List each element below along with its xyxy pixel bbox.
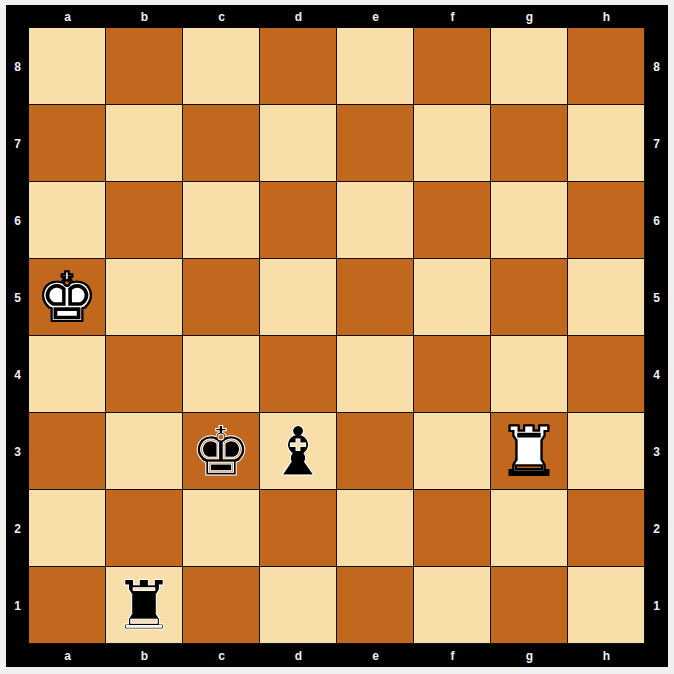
- file-label-bottom-b: b: [106, 644, 183, 667]
- square-f4[interactable]: [414, 336, 491, 413]
- square-f2[interactable]: [414, 490, 491, 567]
- rank-labels-left: 87654321: [6, 28, 29, 644]
- square-h3[interactable]: [568, 413, 645, 490]
- square-h7[interactable]: [568, 105, 645, 182]
- square-c7[interactable]: [183, 105, 260, 182]
- file-label-bottom-f: f: [414, 644, 491, 667]
- file-label-top-g: g: [491, 5, 568, 28]
- square-b1[interactable]: ♜: [106, 567, 183, 644]
- rank-label-right-4: 4: [645, 336, 668, 413]
- square-d1[interactable]: [260, 567, 337, 644]
- square-b2[interactable]: [106, 490, 183, 567]
- board-frame: abcdefgh abcdefgh 87654321 87654321 ♚♚♝♜…: [6, 5, 668, 667]
- square-c8[interactable]: [183, 28, 260, 105]
- square-c6[interactable]: [183, 182, 260, 259]
- square-g6[interactable]: [491, 182, 568, 259]
- square-g2[interactable]: [491, 490, 568, 567]
- file-label-bottom-c: c: [183, 644, 260, 667]
- square-d6[interactable]: [260, 182, 337, 259]
- square-f6[interactable]: [414, 182, 491, 259]
- rank-label-left-5: 5: [6, 259, 29, 336]
- file-label-top-a: a: [29, 5, 106, 28]
- square-f5[interactable]: [414, 259, 491, 336]
- file-label-top-f: f: [414, 5, 491, 28]
- rank-label-right-2: 2: [645, 490, 668, 567]
- square-d5[interactable]: [260, 259, 337, 336]
- rank-label-left-1: 1: [6, 567, 29, 644]
- square-b6[interactable]: [106, 182, 183, 259]
- piece-black-king-c3[interactable]: ♚: [191, 413, 252, 490]
- square-g5[interactable]: [491, 259, 568, 336]
- rank-label-right-6: 6: [645, 182, 668, 259]
- piece-white-rook-g3[interactable]: ♜: [499, 413, 560, 490]
- rank-label-left-7: 7: [6, 105, 29, 182]
- square-a1[interactable]: [29, 567, 106, 644]
- square-f1[interactable]: [414, 567, 491, 644]
- square-e3[interactable]: [337, 413, 414, 490]
- square-h1[interactable]: [568, 567, 645, 644]
- square-c4[interactable]: [183, 336, 260, 413]
- file-label-bottom-h: h: [568, 644, 645, 667]
- file-labels-bottom: abcdefgh: [29, 644, 645, 667]
- chess-board: ♚♚♝♜♜: [29, 28, 645, 644]
- square-a6[interactable]: [29, 182, 106, 259]
- square-c1[interactable]: [183, 567, 260, 644]
- square-c3[interactable]: ♚: [183, 413, 260, 490]
- square-h8[interactable]: [568, 28, 645, 105]
- rank-label-left-8: 8: [6, 28, 29, 105]
- square-h2[interactable]: [568, 490, 645, 567]
- square-c5[interactable]: [183, 259, 260, 336]
- square-d7[interactable]: [260, 105, 337, 182]
- square-e4[interactable]: [337, 336, 414, 413]
- square-b4[interactable]: [106, 336, 183, 413]
- file-label-bottom-g: g: [491, 644, 568, 667]
- square-h4[interactable]: [568, 336, 645, 413]
- piece-black-rook-b1[interactable]: ♜: [114, 567, 175, 644]
- square-d8[interactable]: [260, 28, 337, 105]
- square-g3[interactable]: ♜: [491, 413, 568, 490]
- rank-label-right-1: 1: [645, 567, 668, 644]
- square-g1[interactable]: [491, 567, 568, 644]
- square-b8[interactable]: [106, 28, 183, 105]
- piece-black-bishop-d3[interactable]: ♝: [268, 413, 329, 490]
- square-d3[interactable]: ♝: [260, 413, 337, 490]
- square-e6[interactable]: [337, 182, 414, 259]
- square-b3[interactable]: [106, 413, 183, 490]
- square-b7[interactable]: [106, 105, 183, 182]
- square-g4[interactable]: [491, 336, 568, 413]
- rank-labels-right: 87654321: [645, 28, 668, 644]
- file-label-top-h: h: [568, 5, 645, 28]
- square-e7[interactable]: [337, 105, 414, 182]
- rank-label-left-2: 2: [6, 490, 29, 567]
- rank-label-right-7: 7: [645, 105, 668, 182]
- rank-label-right-5: 5: [645, 259, 668, 336]
- rank-label-left-3: 3: [6, 413, 29, 490]
- square-g8[interactable]: [491, 28, 568, 105]
- rank-label-left-4: 4: [6, 336, 29, 413]
- rank-label-right-3: 3: [645, 413, 668, 490]
- square-e8[interactable]: [337, 28, 414, 105]
- file-label-top-c: c: [183, 5, 260, 28]
- square-c2[interactable]: [183, 490, 260, 567]
- square-e5[interactable]: [337, 259, 414, 336]
- file-label-top-e: e: [337, 5, 414, 28]
- square-e1[interactable]: [337, 567, 414, 644]
- square-a4[interactable]: [29, 336, 106, 413]
- square-a5[interactable]: ♚: [29, 259, 106, 336]
- square-f8[interactable]: [414, 28, 491, 105]
- square-e2[interactable]: [337, 490, 414, 567]
- file-label-top-b: b: [106, 5, 183, 28]
- square-d2[interactable]: [260, 490, 337, 567]
- square-a2[interactable]: [29, 490, 106, 567]
- file-label-bottom-a: a: [29, 644, 106, 667]
- square-a7[interactable]: [29, 105, 106, 182]
- rank-label-left-6: 6: [6, 182, 29, 259]
- piece-white-king-a5[interactable]: ♚: [37, 259, 98, 336]
- square-a3[interactable]: [29, 413, 106, 490]
- file-label-bottom-e: e: [337, 644, 414, 667]
- rank-label-right-8: 8: [645, 28, 668, 105]
- chess-diagram: abcdefgh abcdefgh 87654321 87654321 ♚♚♝♜…: [0, 0, 674, 674]
- square-h6[interactable]: [568, 182, 645, 259]
- square-a8[interactable]: [29, 28, 106, 105]
- file-label-bottom-d: d: [260, 644, 337, 667]
- square-f7[interactable]: [414, 105, 491, 182]
- square-h5[interactable]: [568, 259, 645, 336]
- file-labels-top: abcdefgh: [29, 5, 645, 28]
- square-b5[interactable]: [106, 259, 183, 336]
- square-g7[interactable]: [491, 105, 568, 182]
- square-f3[interactable]: [414, 413, 491, 490]
- file-label-top-d: d: [260, 5, 337, 28]
- square-d4[interactable]: [260, 336, 337, 413]
